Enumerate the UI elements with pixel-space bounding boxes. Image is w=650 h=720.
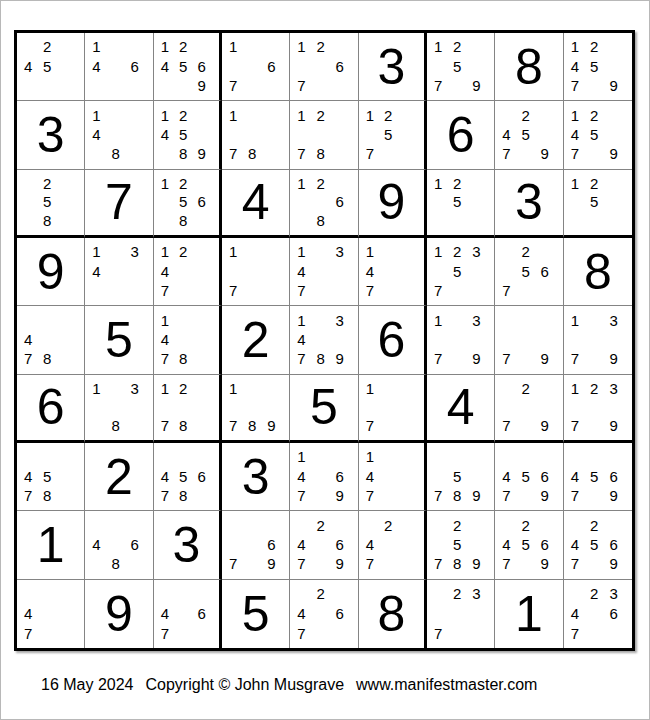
pencil-mark-slot <box>248 379 267 398</box>
sudoku-cell-r1c9[interactable]: 124579 <box>564 33 632 101</box>
pencil-mark-slot <box>267 397 286 416</box>
sudoku-cell-r5c4[interactable]: 2 <box>222 306 290 374</box>
pencil-mark-slot: 2 <box>453 242 472 261</box>
pencil-mark-slot <box>198 447 216 466</box>
pencil-marks: 45678 <box>154 443 219 510</box>
sudoku-cell-r7c6[interactable]: 147 <box>359 443 427 511</box>
sudoku-cell-r1c5[interactable]: 1267 <box>290 33 358 101</box>
sudoku-cell-r7c3[interactable]: 45678 <box>154 443 222 511</box>
sudoku-cell-r9c7[interactable]: 237 <box>427 580 495 648</box>
pencil-marks: 17 <box>222 238 289 305</box>
sudoku-cell-r6c4[interactable]: 1789 <box>222 375 290 443</box>
pencil-mark-slot <box>316 56 335 75</box>
pencil-mark-slot: 1 <box>297 37 316 56</box>
pencil-mark-slot <box>229 125 248 144</box>
pencil-mark-slot: 2 <box>590 584 609 604</box>
pencil-marks: 25789 <box>427 511 494 578</box>
pencil-mark-slot: 7 <box>502 486 521 505</box>
pencil-mark-slot <box>111 379 130 398</box>
pencil-mark-slot <box>43 310 62 329</box>
cell-value: 9 <box>105 589 133 639</box>
puzzle-page: 2451461245691671267312579812457931481245… <box>0 0 650 720</box>
sudoku-cell-r8c9[interactable]: 245679 <box>564 511 632 579</box>
pencil-mark-slot <box>179 447 197 466</box>
pencil-mark-slot <box>43 76 62 95</box>
sudoku-cell-r3c5[interactable]: 1268 <box>290 170 358 238</box>
pencil-mark-slot <box>198 310 216 329</box>
pencil-mark-slot <box>610 192 629 211</box>
sudoku-cell-r2c9[interactable]: 124579 <box>564 101 632 169</box>
pencil-mark-slot <box>62 447 81 466</box>
pencil-mark-slot: 4 <box>92 261 111 280</box>
pencil-mark-slot <box>111 37 130 56</box>
sudoku-cell-r9c5[interactable]: 2467 <box>290 580 358 648</box>
pencil-mark-slot <box>502 105 521 124</box>
pencil-mark-slot <box>179 584 197 604</box>
pencil-mark-slot <box>111 261 130 280</box>
pencil-mark-slot: 9 <box>610 416 629 435</box>
pencil-mark-slot <box>502 310 521 329</box>
sudoku-cell-r1c8[interactable]: 8 <box>495 33 563 101</box>
sudoku-cell-r2c8[interactable]: 24579 <box>495 101 563 169</box>
pencil-mark-slot <box>336 447 355 466</box>
pencil-mark-slot <box>434 603 453 623</box>
pencil-mark-slot <box>248 261 267 280</box>
pencil-mark-slot <box>521 486 540 505</box>
sudoku-cell-r4c6[interactable]: 147 <box>359 238 427 306</box>
cell-value: 6 <box>447 110 475 160</box>
pencil-mark-slot: 2 <box>43 174 62 193</box>
pencil-mark-slot: 1 <box>434 37 453 56</box>
pencil-mark-slot <box>92 515 111 534</box>
pencil-mark-slot <box>434 515 453 534</box>
pencil-mark-slot: 4 <box>297 535 316 554</box>
sudoku-cell-r5c2[interactable]: 5 <box>85 306 153 374</box>
sudoku-cell-r1c1[interactable]: 245 <box>17 33 85 101</box>
pencil-mark-slot <box>336 144 355 163</box>
pencil-mark-slot: 4 <box>92 535 111 554</box>
pencil-mark-slot: 1 <box>229 379 248 398</box>
pencil-mark-slot <box>248 281 267 300</box>
pencil-mark-slot: 7 <box>571 76 590 95</box>
pencil-mark-slot: 5 <box>453 535 472 554</box>
pencil-mark-slot <box>316 466 335 485</box>
sudoku-cell-r4c1[interactable]: 9 <box>17 238 85 306</box>
pencil-mark-slot <box>384 261 402 280</box>
sudoku-cell-r9c8[interactable]: 1 <box>495 580 563 648</box>
sudoku-cell-r8c5[interactable]: 24679 <box>290 511 358 579</box>
sudoku-cell-r2c4[interactable]: 178 <box>222 101 290 169</box>
pencil-mark-slot: 7 <box>434 349 453 368</box>
sudoku-cell-r5c6[interactable]: 6 <box>359 306 427 374</box>
pencil-mark-slot: 1 <box>366 447 384 466</box>
cell-value: 3 <box>377 42 405 92</box>
pencil-mark-slot: 5 <box>521 466 540 485</box>
pencil-mark-slot: 9 <box>610 486 629 505</box>
pencil-mark-slot <box>131 261 150 280</box>
sudoku-cell-r2c2[interactable]: 148 <box>85 101 153 169</box>
pencil-mark-slot <box>336 281 355 300</box>
pencil-mark-slot <box>248 37 267 56</box>
pencil-mark-slot <box>24 211 43 230</box>
sudoku-cell-r3c3[interactable]: 12568 <box>154 170 222 238</box>
pencil-mark-slot <box>316 486 335 505</box>
cell-value: 4 <box>242 177 270 227</box>
sudoku-cell-r4c4[interactable]: 17 <box>222 238 290 306</box>
sudoku-cell-r2c5[interactable]: 1278 <box>290 101 358 169</box>
pencil-marks: 47 <box>17 580 84 648</box>
pencil-mark-slot <box>43 447 62 466</box>
pencil-mark-slot <box>502 261 521 280</box>
pencil-mark-slot <box>316 554 335 573</box>
pencil-mark-slot <box>541 281 560 300</box>
pencil-mark-slot: 1 <box>297 105 316 124</box>
pencil-mark-slot <box>179 281 197 300</box>
pencil-marks: 178 <box>222 101 289 168</box>
footer-date: 16 May 2024 <box>41 675 134 695</box>
pencil-mark-slot <box>434 466 453 485</box>
pencil-marks: 24679 <box>290 511 357 578</box>
sudoku-cell-r9c9[interactable]: 23467 <box>564 580 632 648</box>
pencil-mark-slot: 4 <box>571 535 590 554</box>
pencil-mark-slot <box>267 105 286 124</box>
pencil-mark-slot: 5 <box>521 261 540 280</box>
pencil-marks: 14679 <box>290 443 357 510</box>
sudoku-cell-r9c2[interactable]: 9 <box>85 580 153 648</box>
pencil-mark-slot <box>502 242 521 261</box>
pencil-mark-slot: 4 <box>297 330 316 349</box>
pencil-mark-slot: 4 <box>297 603 316 623</box>
pencil-mark-slot <box>336 76 355 95</box>
sudoku-cell-r3c4[interactable]: 4 <box>222 170 290 238</box>
pencil-mark-slot: 2 <box>590 105 609 124</box>
pencil-mark-slot <box>590 330 609 349</box>
pencil-mark-slot <box>267 281 286 300</box>
sudoku-cell-r8c1[interactable]: 1 <box>17 511 85 579</box>
sudoku-cell-r6c1[interactable]: 6 <box>17 375 85 443</box>
pencil-mark-slot <box>590 416 609 435</box>
pencil-mark-slot <box>43 623 62 643</box>
sudoku-cell-r4c5[interactable]: 1347 <box>290 238 358 306</box>
pencil-mark-slot: 9 <box>267 416 286 435</box>
pencil-marks: 147 <box>359 238 424 305</box>
pencil-mark-slot <box>434 584 453 604</box>
pencil-marks: 148 <box>85 101 152 168</box>
pencil-mark-slot <box>590 349 609 368</box>
cell-value: 8 <box>515 42 543 92</box>
sudoku-cell-r2c6[interactable]: 1257 <box>359 101 427 169</box>
pencil-mark-slot: 7 <box>571 144 590 163</box>
pencil-mark-slot: 4 <box>24 466 43 485</box>
pencil-mark-slot <box>571 192 590 211</box>
pencil-mark-slot <box>198 281 216 300</box>
pencil-mark-slot: 3 <box>336 242 355 261</box>
sudoku-cell-r7c7[interactable]: 5789 <box>427 443 495 511</box>
pencil-mark-slot <box>590 554 609 573</box>
sudoku-cell-r4c3[interactable]: 1247 <box>154 238 222 306</box>
sudoku-cell-r7c4[interactable]: 3 <box>222 443 290 511</box>
pencil-mark-slot <box>434 535 453 554</box>
pencil-mark-slot <box>179 397 197 416</box>
pencil-mark-slot: 4 <box>571 466 590 485</box>
pencil-mark-slot <box>111 242 130 261</box>
pencil-mark-slot <box>248 125 267 144</box>
pencil-mark-slot: 9 <box>541 554 560 573</box>
pencil-mark-slot: 1 <box>92 105 111 124</box>
pencil-mark-slot <box>610 125 629 144</box>
pencil-mark-slot: 7 <box>502 349 521 368</box>
pencil-mark-slot: 1 <box>571 379 590 398</box>
cell-value: 3 <box>515 177 543 227</box>
sudoku-cell-r5c3[interactable]: 1478 <box>154 306 222 374</box>
pencil-mark-slot <box>24 76 43 95</box>
sudoku-cell-r4c9[interactable]: 8 <box>564 238 632 306</box>
sudoku-cell-r2c7[interactable]: 6 <box>427 101 495 169</box>
pencil-mark-slot <box>92 144 111 163</box>
sudoku-cell-r1c3[interactable]: 124569 <box>154 33 222 101</box>
pencil-mark-slot: 6 <box>336 603 355 623</box>
pencil-mark-slot <box>267 144 286 163</box>
pencil-mark-slot <box>521 447 540 466</box>
sudoku-cell-r7c2[interactable]: 2 <box>85 443 153 511</box>
pencil-mark-slot <box>384 416 402 435</box>
pencil-mark-slot <box>267 76 286 95</box>
cell-value: 8 <box>377 589 405 639</box>
pencil-mark-slot: 6 <box>131 535 150 554</box>
pencil-mark-slot <box>502 447 521 466</box>
sudoku-cell-r3c6[interactable]: 9 <box>359 170 427 238</box>
sudoku-cell-r6c7[interactable]: 4 <box>427 375 495 443</box>
pencil-mark-slot <box>472 330 491 349</box>
pencil-mark-slot: 4 <box>161 56 179 75</box>
pencil-mark-slot: 4 <box>366 466 384 485</box>
pencil-mark-slot <box>541 125 560 144</box>
sudoku-cell-r8c8[interactable]: 245679 <box>495 511 563 579</box>
pencil-mark-slot <box>403 397 421 416</box>
sudoku-cell-r7c1[interactable]: 4578 <box>17 443 85 511</box>
pencil-mark-slot: 8 <box>316 349 335 368</box>
pencil-mark-slot <box>453 349 472 368</box>
pencil-mark-slot: 9 <box>267 554 286 573</box>
pencil-mark-slot <box>179 76 197 95</box>
sudoku-cell-r3c2[interactable]: 7 <box>85 170 153 238</box>
pencil-mark-slot: 6 <box>267 56 286 75</box>
sudoku-cell-r5c8[interactable]: 79 <box>495 306 563 374</box>
sudoku-cell-r3c8[interactable]: 3 <box>495 170 563 238</box>
pencil-marks: 1379 <box>564 306 632 373</box>
sudoku-cell-r1c6[interactable]: 3 <box>359 33 427 101</box>
pencil-marks: 138 <box>85 375 152 440</box>
pencil-mark-slot <box>590 447 609 466</box>
sudoku-cell-r6c6[interactable]: 17 <box>359 375 427 443</box>
pencil-mark-slot: 1 <box>229 105 248 124</box>
pencil-mark-slot <box>62 174 81 193</box>
pencil-mark-slot <box>248 242 267 261</box>
pencil-mark-slot <box>198 623 216 643</box>
pencil-mark-slot <box>316 330 335 349</box>
pencil-mark-slot <box>24 192 43 211</box>
pencil-mark-slot: 6 <box>541 466 560 485</box>
sudoku-cell-r2c3[interactable]: 124589 <box>154 101 222 169</box>
sudoku-cell-r8c4[interactable]: 679 <box>222 511 290 579</box>
pencil-mark-slot: 1 <box>161 105 179 124</box>
pencil-mark-slot: 3 <box>472 584 491 604</box>
sudoku-cell-r8c7[interactable]: 25789 <box>427 511 495 579</box>
sudoku-cell-r5c1[interactable]: 478 <box>17 306 85 374</box>
pencil-mark-slot: 1 <box>571 174 590 193</box>
pencil-marks: 45679 <box>564 443 632 510</box>
pencil-mark-slot <box>62 584 81 604</box>
pencil-mark-slot <box>111 281 130 300</box>
pencil-mark-slot <box>403 125 421 144</box>
pencil-marks: 1789 <box>222 375 289 440</box>
pencil-mark-slot: 7 <box>229 554 248 573</box>
pencil-mark-slot: 6 <box>610 466 629 485</box>
sudoku-cell-r9c3[interactable]: 467 <box>154 580 222 648</box>
pencil-marks: 1278 <box>154 375 219 440</box>
pencil-mark-slot: 6 <box>198 466 216 485</box>
sudoku-cell-r4c8[interactable]: 2567 <box>495 238 563 306</box>
pencil-mark-slot: 1 <box>92 242 111 261</box>
pencil-mark-slot <box>384 535 402 554</box>
pencil-mark-slot: 1 <box>161 310 179 329</box>
pencil-marks: 12379 <box>564 375 632 440</box>
pencil-mark-slot <box>229 515 248 534</box>
pencil-mark-slot: 8 <box>43 486 62 505</box>
pencil-mark-slot: 1 <box>297 310 316 329</box>
pencil-mark-slot <box>541 447 560 466</box>
pencil-mark-slot: 7 <box>229 281 248 300</box>
pencil-mark-slot <box>610 330 629 349</box>
sudoku-cell-r6c3[interactable]: 1278 <box>154 375 222 443</box>
sudoku-cell-r4c2[interactable]: 134 <box>85 238 153 306</box>
pencil-marks: 279 <box>495 375 562 440</box>
sudoku-cell-r8c3[interactable]: 3 <box>154 511 222 579</box>
pencil-mark-slot <box>472 515 491 534</box>
sudoku-cell-r8c2[interactable]: 468 <box>85 511 153 579</box>
pencil-mark-slot <box>610 56 629 75</box>
pencil-marks: 17 <box>359 375 424 440</box>
sudoku-cell-r8c6[interactable]: 247 <box>359 511 427 579</box>
pencil-marks: 4578 <box>17 443 84 510</box>
pencil-marks: 23467 <box>564 580 632 648</box>
sudoku-cell-r5c5[interactable]: 134789 <box>290 306 358 374</box>
sudoku-cell-r6c2[interactable]: 138 <box>85 375 153 443</box>
pencil-mark-slot <box>521 144 540 163</box>
pencil-mark-slot <box>229 56 248 75</box>
pencil-marks: 237 <box>427 580 494 648</box>
sudoku-cell-r6c5[interactable]: 5 <box>290 375 358 443</box>
pencil-mark-slot <box>472 447 491 466</box>
sudoku-cell-r3c9[interactable]: 125 <box>564 170 632 238</box>
sudoku-cell-r1c7[interactable]: 12579 <box>427 33 495 101</box>
pencil-mark-slot: 1 <box>434 242 453 261</box>
pencil-mark-slot: 2 <box>384 515 402 534</box>
pencil-mark-slot: 3 <box>131 379 150 398</box>
pencil-mark-slot <box>610 515 629 534</box>
sudoku-cell-r3c1[interactable]: 258 <box>17 170 85 238</box>
pencil-mark-slot: 2 <box>179 174 197 193</box>
pencil-mark-slot <box>434 261 453 280</box>
sudoku-cell-r3c7[interactable]: 125 <box>427 170 495 238</box>
pencil-mark-slot: 7 <box>161 486 179 505</box>
pencil-marks: 245 <box>17 33 84 100</box>
pencil-mark-slot: 1 <box>434 310 453 329</box>
sudoku-cell-r7c8[interactable]: 45679 <box>495 443 563 511</box>
sudoku-cell-r2c1[interactable]: 3 <box>17 101 85 169</box>
pencil-mark-slot <box>403 416 421 435</box>
sudoku-cell-r5c7[interactable]: 1379 <box>427 306 495 374</box>
sudoku-cell-r6c8[interactable]: 279 <box>495 375 563 443</box>
pencil-mark-slot: 4 <box>161 125 179 144</box>
sudoku-cell-r9c1[interactable]: 47 <box>17 580 85 648</box>
pencil-mark-slot <box>24 447 43 466</box>
pencil-mark-slot <box>131 281 150 300</box>
pencil-mark-slot <box>610 623 629 643</box>
pencil-mark-slot <box>453 281 472 300</box>
sudoku-cell-r7c9[interactable]: 45679 <box>564 443 632 511</box>
pencil-mark-slot: 1 <box>161 379 179 398</box>
pencil-mark-slot: 8 <box>316 144 335 163</box>
pencil-mark-slot <box>453 623 472 643</box>
pencil-mark-slot <box>62 603 81 623</box>
pencil-mark-slot <box>198 349 216 368</box>
sudoku-cell-r7c5[interactable]: 14679 <box>290 443 358 511</box>
pencil-mark-slot <box>198 261 216 280</box>
pencil-mark-slot <box>472 174 491 193</box>
sudoku-cell-r9c4[interactable]: 5 <box>222 580 290 648</box>
sudoku-cell-r1c2[interactable]: 146 <box>85 33 153 101</box>
sudoku-cell-r6c9[interactable]: 12379 <box>564 375 632 443</box>
pencil-mark-slot: 1 <box>229 242 248 261</box>
pencil-mark-slot: 7 <box>502 281 521 300</box>
pencil-mark-slot <box>131 125 150 144</box>
sudoku-cell-r9c6[interactable]: 8 <box>359 580 427 648</box>
sudoku-cell-r1c4[interactable]: 167 <box>222 33 290 101</box>
pencil-mark-slot: 1 <box>297 242 316 261</box>
pencil-mark-slot: 2 <box>590 174 609 193</box>
pencil-mark-slot <box>198 174 216 193</box>
pencil-marks: 125 <box>564 170 632 235</box>
pencil-mark-slot <box>179 310 197 329</box>
pencil-mark-slot <box>267 125 286 144</box>
pencil-mark-slot <box>131 397 150 416</box>
pencil-mark-slot <box>610 174 629 193</box>
pencil-mark-slot <box>24 310 43 329</box>
pencil-mark-slot <box>316 310 335 329</box>
sudoku-cell-r5c9[interactable]: 1379 <box>564 306 632 374</box>
pencil-mark-slot <box>610 37 629 56</box>
pencil-mark-slot: 3 <box>336 310 355 329</box>
pencil-mark-slot: 4 <box>161 261 179 280</box>
sudoku-cell-r4c7[interactable]: 12357 <box>427 238 495 306</box>
pencil-mark-slot <box>62 37 81 56</box>
pencil-mark-slot: 2 <box>316 515 335 534</box>
pencil-marks: 247 <box>359 511 424 578</box>
pencil-mark-slot <box>453 310 472 329</box>
pencil-marks: 134789 <box>290 306 357 373</box>
pencil-mark-slot: 2 <box>590 379 609 398</box>
pencil-mark-slot: 4 <box>92 56 111 75</box>
pencil-mark-slot: 4 <box>366 261 384 280</box>
pencil-marks: 45679 <box>495 443 562 510</box>
pencil-mark-slot <box>472 56 491 75</box>
cell-value: 5 <box>105 315 133 365</box>
pencil-mark-slot <box>62 349 81 368</box>
pencil-mark-slot <box>111 535 130 554</box>
pencil-mark-slot <box>541 105 560 124</box>
pencil-mark-slot <box>384 466 402 485</box>
